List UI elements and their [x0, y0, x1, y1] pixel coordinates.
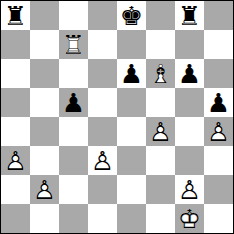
- square-a8[interactable]: ♜: [1, 1, 30, 30]
- black-rook-piece: ♜: [1, 1, 30, 30]
- square-a5[interactable]: [1, 88, 30, 117]
- square-b7[interactable]: [30, 30, 59, 59]
- square-h1[interactable]: [204, 204, 233, 233]
- square-b5[interactable]: [30, 88, 59, 117]
- square-d2[interactable]: [88, 175, 117, 204]
- square-g5[interactable]: [175, 88, 204, 117]
- square-g2[interactable]: ♟♙: [175, 175, 204, 204]
- square-g6[interactable]: ♟: [175, 59, 204, 88]
- white-pawn-outline-layer: ♙: [30, 175, 59, 204]
- square-d5[interactable]: [88, 88, 117, 117]
- square-f7[interactable]: [146, 30, 175, 59]
- square-f2[interactable]: [146, 175, 175, 204]
- square-a6[interactable]: [1, 59, 30, 88]
- square-e1[interactable]: [117, 204, 146, 233]
- black-pawn-piece: ♟: [117, 59, 146, 88]
- black-rook-piece: ♜: [175, 1, 204, 30]
- black-king-piece: ♚: [117, 1, 146, 30]
- black-pawn-piece: ♟: [204, 88, 233, 117]
- square-h4[interactable]: ♟♙: [204, 117, 233, 146]
- white-pawn-outline-layer: ♙: [204, 117, 233, 146]
- square-c6[interactable]: [59, 59, 88, 88]
- square-d1[interactable]: [88, 204, 117, 233]
- white-king-outline-layer: ♔: [175, 204, 204, 233]
- square-e6[interactable]: ♟: [117, 59, 146, 88]
- white-pawn-outline-layer: ♙: [146, 117, 175, 146]
- square-e2[interactable]: [117, 175, 146, 204]
- square-d6[interactable]: [88, 59, 117, 88]
- chess-diagram: ♜♚♜♜♖♟♝♗♟♟♟♟♙♟♙♟♙♟♙♟♙♟♙♚♔: [0, 0, 234, 234]
- square-h5[interactable]: ♟: [204, 88, 233, 117]
- square-h2[interactable]: [204, 175, 233, 204]
- black-pawn-piece: ♟: [175, 59, 204, 88]
- white-pawn-outline-layer: ♙: [175, 175, 204, 204]
- square-h3[interactable]: [204, 146, 233, 175]
- white-pawn-outline-layer: ♙: [88, 146, 117, 175]
- white-pawn-piece: ♟♙: [1, 146, 30, 175]
- square-b6[interactable]: [30, 59, 59, 88]
- square-d8[interactable]: [88, 1, 117, 30]
- white-bishop-piece: ♝♗: [146, 59, 175, 88]
- square-a1[interactable]: [1, 204, 30, 233]
- square-c7[interactable]: ♜♖: [59, 30, 88, 59]
- square-a7[interactable]: [1, 30, 30, 59]
- square-c3[interactable]: [59, 146, 88, 175]
- square-b1[interactable]: [30, 204, 59, 233]
- square-e7[interactable]: [117, 30, 146, 59]
- square-f8[interactable]: [146, 1, 175, 30]
- square-b4[interactable]: [30, 117, 59, 146]
- white-pawn-piece: ♟♙: [204, 117, 233, 146]
- square-g8[interactable]: ♜: [175, 1, 204, 30]
- square-g4[interactable]: [175, 117, 204, 146]
- square-b8[interactable]: [30, 1, 59, 30]
- square-e3[interactable]: [117, 146, 146, 175]
- square-c1[interactable]: [59, 204, 88, 233]
- chess-board: ♜♚♜♜♖♟♝♗♟♟♟♟♙♟♙♟♙♟♙♟♙♟♙♚♔: [0, 0, 234, 234]
- square-c5[interactable]: ♟: [59, 88, 88, 117]
- white-king-piece: ♚♔: [175, 204, 204, 233]
- white-bishop-outline-layer: ♗: [146, 59, 175, 88]
- square-f1[interactable]: [146, 204, 175, 233]
- white-pawn-piece: ♟♙: [30, 175, 59, 204]
- white-rook-piece: ♜♖: [59, 30, 88, 59]
- square-a4[interactable]: [1, 117, 30, 146]
- square-d7[interactable]: [88, 30, 117, 59]
- square-c8[interactable]: [59, 1, 88, 30]
- white-pawn-piece: ♟♙: [175, 175, 204, 204]
- white-rook-outline-layer: ♖: [59, 30, 88, 59]
- square-f4[interactable]: ♟♙: [146, 117, 175, 146]
- square-a2[interactable]: [1, 175, 30, 204]
- square-b2[interactable]: ♟♙: [30, 175, 59, 204]
- square-d4[interactable]: [88, 117, 117, 146]
- square-g7[interactable]: [175, 30, 204, 59]
- square-c2[interactable]: [59, 175, 88, 204]
- square-e8[interactable]: ♚: [117, 1, 146, 30]
- square-a3[interactable]: ♟♙: [1, 146, 30, 175]
- square-d3[interactable]: ♟♙: [88, 146, 117, 175]
- square-h8[interactable]: [204, 1, 233, 30]
- square-e4[interactable]: [117, 117, 146, 146]
- square-c4[interactable]: [59, 117, 88, 146]
- square-h7[interactable]: [204, 30, 233, 59]
- black-pawn-piece: ♟: [59, 88, 88, 117]
- square-b3[interactable]: [30, 146, 59, 175]
- square-f3[interactable]: [146, 146, 175, 175]
- square-g3[interactable]: [175, 146, 204, 175]
- square-f5[interactable]: [146, 88, 175, 117]
- white-pawn-piece: ♟♙: [146, 117, 175, 146]
- square-g1[interactable]: ♚♔: [175, 204, 204, 233]
- square-f6[interactable]: ♝♗: [146, 59, 175, 88]
- white-pawn-piece: ♟♙: [88, 146, 117, 175]
- square-h6[interactable]: [204, 59, 233, 88]
- white-pawn-outline-layer: ♙: [1, 146, 30, 175]
- square-e5[interactable]: [117, 88, 146, 117]
